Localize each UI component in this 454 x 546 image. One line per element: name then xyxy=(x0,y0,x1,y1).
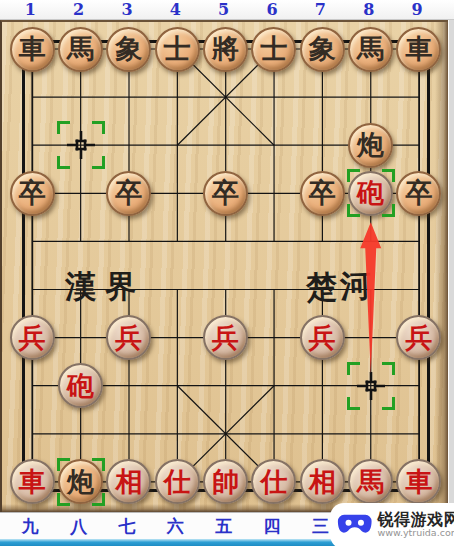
piece-red-advisor[interactable]: 仕 xyxy=(251,459,296,504)
selection-brackets xyxy=(347,169,395,217)
crosshair-cursor-icon xyxy=(354,369,388,403)
piece-red-soldier[interactable]: 兵 xyxy=(203,315,248,360)
file-label-top-7: 7 xyxy=(315,0,326,20)
piece-black-general[interactable]: 將 xyxy=(203,27,248,72)
piece-red-horse[interactable]: 馬 xyxy=(348,459,393,504)
piece-black-soldier[interactable]: 卒 xyxy=(203,171,248,216)
piece-black-horse[interactable]: 馬 xyxy=(58,27,103,72)
piece-black-advisor[interactable]: 士 xyxy=(155,27,200,72)
selection-brackets xyxy=(57,458,105,506)
file-label-bottom-6: 四 xyxy=(264,515,281,538)
file-label-top-1: 1 xyxy=(25,0,36,20)
xiangqi-board[interactable]: 漢界 楚河 車馬象士將士象馬車炮卒卒卒卒砲卒兵兵兵兵兵砲車炮相仕帥仕相馬車 xyxy=(0,20,448,512)
piece-black-rook[interactable]: 車 xyxy=(10,27,55,72)
file-label-bottom-2: 八 xyxy=(70,515,87,538)
file-label-top-8: 8 xyxy=(363,0,374,20)
piece-black-elephant[interactable]: 象 xyxy=(300,27,345,72)
file-label-top-4: 4 xyxy=(170,0,181,20)
file-label-bottom-5: 五 xyxy=(215,515,232,538)
piece-red-elephant[interactable]: 相 xyxy=(106,459,151,504)
piece-red-soldier[interactable]: 兵 xyxy=(300,315,345,360)
top-file-labels: 123456789 xyxy=(0,0,454,20)
file-label-top-6: 6 xyxy=(266,0,277,20)
right-gray-strip xyxy=(448,20,454,512)
piece-red-elephant[interactable]: 相 xyxy=(300,459,345,504)
piece-black-advisor[interactable]: 士 xyxy=(251,27,296,72)
gamepad-icon xyxy=(337,512,372,539)
piece-black-cannon[interactable]: 炮 xyxy=(348,123,393,168)
piece-black-soldier[interactable]: 卒 xyxy=(10,171,55,216)
piece-black-horse[interactable]: 馬 xyxy=(348,27,393,72)
piece-black-soldier[interactable]: 卒 xyxy=(106,171,151,216)
board-grid[interactable]: 車馬象士將士象馬車炮卒卒卒卒砲卒兵兵兵兵兵砲車炮相仕帥仕相馬車 xyxy=(8,25,444,506)
piece-black-rook[interactable]: 車 xyxy=(396,27,441,72)
piece-red-rook[interactable]: 車 xyxy=(396,459,441,504)
watermark-badge: 锐得游戏网 www.ytruida.com xyxy=(330,503,454,546)
file-label-bottom-1: 九 xyxy=(22,515,39,538)
file-label-top-5: 5 xyxy=(218,0,229,20)
piece-black-elephant[interactable]: 象 xyxy=(106,27,151,72)
file-label-top-3: 3 xyxy=(121,0,132,20)
piece-red-cannon[interactable]: 砲 xyxy=(58,363,103,408)
piece-red-soldier[interactable]: 兵 xyxy=(10,315,55,360)
xiangqi-app-screen: 123456789 漢界 楚河 車馬象士將士象馬車炮卒卒卒卒砲卒兵兵兵兵兵砲車炮… xyxy=(0,0,454,546)
piece-red-soldier[interactable]: 兵 xyxy=(396,315,441,360)
piece-red-advisor[interactable]: 仕 xyxy=(155,459,200,504)
watermark-site-url: www.ytruida.com xyxy=(377,528,454,538)
file-label-bottom-4: 六 xyxy=(167,515,184,538)
watermark-site-name: 锐得游戏网 xyxy=(377,512,454,529)
file-label-top-9: 9 xyxy=(412,0,423,20)
crosshair-cursor-icon xyxy=(64,128,98,162)
file-label-top-2: 2 xyxy=(73,0,84,20)
piece-red-general[interactable]: 帥 xyxy=(203,459,248,504)
piece-red-soldier[interactable]: 兵 xyxy=(106,315,151,360)
piece-black-soldier[interactable]: 卒 xyxy=(396,171,441,216)
file-label-bottom-3: 七 xyxy=(119,515,136,538)
piece-black-soldier[interactable]: 卒 xyxy=(300,171,345,216)
piece-red-rook[interactable]: 車 xyxy=(10,459,55,504)
file-label-bottom-7: 三 xyxy=(312,515,329,538)
